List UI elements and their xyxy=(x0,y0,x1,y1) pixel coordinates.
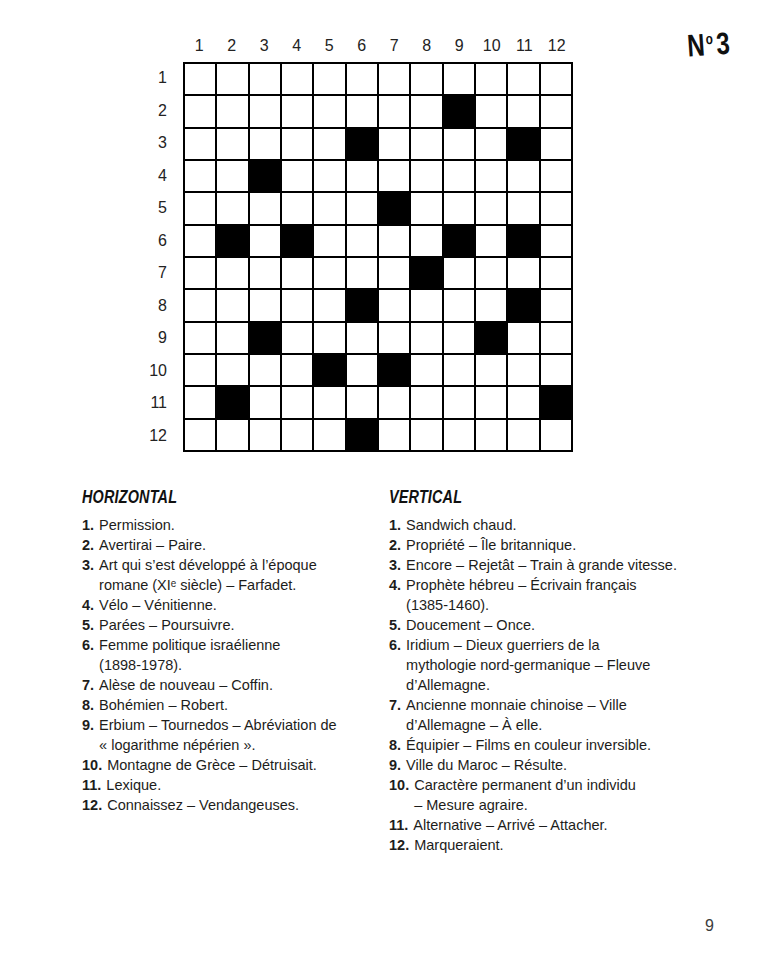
clue-number: 10. xyxy=(389,775,409,795)
clue-text: Caractère permanent d’un individu – Mesu… xyxy=(414,775,636,815)
grid-cell[interactable] xyxy=(282,161,312,191)
grid-cell[interactable] xyxy=(411,64,441,94)
grid-cell[interactable] xyxy=(282,387,312,417)
row-label: 1 xyxy=(128,62,176,95)
grid-cell[interactable] xyxy=(444,64,474,94)
grid-cell[interactable] xyxy=(411,387,441,417)
grid-cell xyxy=(379,193,409,223)
clue-item: 10. Caractère permanent d’un individu – … xyxy=(389,775,734,815)
clue-number: 12. xyxy=(389,835,409,855)
grid-cell[interactable] xyxy=(444,161,474,191)
clue-text: Ville du Maroc – Résulte. xyxy=(406,755,567,775)
clue-number: 11. xyxy=(389,815,408,835)
vertical-clues-title: VERTICAL xyxy=(389,486,651,508)
clue-number: 7. xyxy=(82,675,94,695)
clue-number: 1. xyxy=(82,515,94,535)
grid-cell[interactable] xyxy=(541,226,571,256)
grid-cell[interactable] xyxy=(476,129,506,159)
grid-cell[interactable] xyxy=(476,355,506,385)
grid-cell[interactable] xyxy=(347,96,377,126)
clue-number: 5. xyxy=(389,615,401,635)
grid-cell[interactable] xyxy=(411,226,441,256)
grid-cell[interactable] xyxy=(411,161,441,191)
clue-text: Connaissez – Vendangeuses. xyxy=(107,795,299,815)
vertical-clue-list: 1. Sandwich chaud. 2. Propriété – Île br… xyxy=(389,515,734,855)
clue-item: 2. Avertirai – Paire. xyxy=(82,535,384,555)
clue-number: 7. xyxy=(389,695,401,715)
grid-cell[interactable] xyxy=(250,226,280,256)
grid-cell[interactable] xyxy=(250,96,280,126)
clue-item: 5. Parées – Poursuivre. xyxy=(82,615,384,635)
grid-cell xyxy=(476,323,506,353)
clue-number: 10. xyxy=(82,755,102,775)
column-labels: 123456789101112 xyxy=(183,33,573,59)
grid-cell[interactable] xyxy=(508,355,538,385)
grid-cell[interactable] xyxy=(411,193,441,223)
grid-cell[interactable] xyxy=(314,161,344,191)
grid-cell[interactable] xyxy=(347,387,377,417)
grid-cell[interactable] xyxy=(541,96,571,126)
clue-item: 5. Doucement – Once. xyxy=(389,615,734,635)
grid-cell[interactable] xyxy=(282,129,312,159)
clue-number: 4. xyxy=(82,595,94,615)
clue-item: 4. Prophète hébreu – Écrivain français (… xyxy=(389,575,734,615)
grid-cell xyxy=(347,129,377,159)
clue-number: 2. xyxy=(82,535,94,555)
clue-item: 4. Vélo – Vénitienne. xyxy=(82,595,384,615)
grid-cell xyxy=(411,258,441,288)
grid-cell xyxy=(217,226,247,256)
row-label: 4 xyxy=(128,160,176,193)
clue-number: 4. xyxy=(389,575,401,595)
clue-text: Propriété – Île britannique. xyxy=(406,535,576,555)
grid-cell[interactable] xyxy=(444,420,474,450)
grid-cell[interactable] xyxy=(508,96,538,126)
clue-text: Marqueraient. xyxy=(414,835,503,855)
grid-cell[interactable] xyxy=(185,64,215,94)
grid-cell[interactable] xyxy=(347,226,377,256)
grid-cell[interactable] xyxy=(476,226,506,256)
grid-cell[interactable] xyxy=(347,161,377,191)
grid-cell[interactable] xyxy=(379,387,409,417)
grid-cell[interactable] xyxy=(444,290,474,320)
clue-text: Femme politique israélienne (1898-1978). xyxy=(99,635,280,675)
col-label: 5 xyxy=(313,33,346,59)
clue-text: Avertirai – Paire. xyxy=(99,535,206,555)
grid-cell[interactable] xyxy=(411,129,441,159)
clue-item: 3. Encore – Rejetât – Train à grande vit… xyxy=(389,555,734,575)
grid-cell xyxy=(508,129,538,159)
grid-cell[interactable] xyxy=(508,420,538,450)
grid-cell[interactable] xyxy=(476,258,506,288)
grid-cell xyxy=(508,290,538,320)
grid-cell[interactable] xyxy=(217,258,247,288)
clue-text: Prophète hébreu – Écrivain français (138… xyxy=(406,575,637,615)
grid-cell[interactable] xyxy=(411,420,441,450)
grid-cell[interactable] xyxy=(282,64,312,94)
grid-cell[interactable] xyxy=(250,290,280,320)
grid-cell xyxy=(250,161,280,191)
grid-cell[interactable] xyxy=(541,64,571,94)
grid-cell[interactable] xyxy=(185,161,215,191)
grid-cell[interactable] xyxy=(282,323,312,353)
grid-cell[interactable] xyxy=(217,355,247,385)
clue-number: 2. xyxy=(389,535,401,555)
grid-cell[interactable] xyxy=(379,420,409,450)
grid-cell[interactable] xyxy=(314,420,344,450)
grid-cell[interactable] xyxy=(411,96,441,126)
clue-number: 8. xyxy=(389,735,401,755)
col-label: 10 xyxy=(476,33,509,59)
clue-text: Encore – Rejetât – Train à grande vitess… xyxy=(406,555,677,575)
grid-cell[interactable] xyxy=(217,420,247,450)
grid-cell[interactable] xyxy=(250,258,280,288)
clue-item: 11. Lexique. xyxy=(82,775,384,795)
grid-cell[interactable] xyxy=(508,258,538,288)
clue-item: 3. Art qui s’est développé à l’époque ro… xyxy=(82,555,384,595)
clue-text: Permission. xyxy=(99,515,175,535)
clue-item: 6. Iridium – Dieux guerriers de la mytho… xyxy=(389,635,734,695)
grid-cell[interactable] xyxy=(379,129,409,159)
clue-item: 10. Montagne de Grèce – Détruisait. xyxy=(82,755,384,775)
clue-text: Montagne de Grèce – Détruisait. xyxy=(107,755,317,775)
row-label: 3 xyxy=(128,127,176,160)
row-labels: 123456789101112 xyxy=(128,62,176,452)
grid-cell[interactable] xyxy=(185,387,215,417)
clue-text: Équipier – Films en couleur inversible. xyxy=(406,735,651,755)
clue-text: Parées – Poursuivre. xyxy=(99,615,234,635)
grid-cell[interactable] xyxy=(541,258,571,288)
vertical-clues-section: VERTICAL 1. Sandwich chaud. 2. Propriété… xyxy=(389,486,734,855)
puzzle-number: No3 xyxy=(686,26,732,65)
clue-number: 5. xyxy=(82,615,94,635)
row-label: 10 xyxy=(128,355,176,388)
grid-cell[interactable] xyxy=(379,258,409,288)
grid-cell[interactable] xyxy=(379,290,409,320)
grid-cell[interactable] xyxy=(541,323,571,353)
row-label: 6 xyxy=(128,225,176,258)
col-label: 9 xyxy=(443,33,476,59)
grid-cell[interactable] xyxy=(217,161,247,191)
clue-item: 1. Permission. xyxy=(82,515,384,535)
grid-cell[interactable] xyxy=(541,290,571,320)
row-label: 2 xyxy=(128,95,176,128)
col-label: 12 xyxy=(541,33,574,59)
grid-cell[interactable] xyxy=(476,193,506,223)
grid-cell xyxy=(444,226,474,256)
row-label: 5 xyxy=(128,192,176,225)
grid-cell[interactable] xyxy=(314,193,344,223)
grid-cell[interactable] xyxy=(314,64,344,94)
grid-cell xyxy=(250,323,280,353)
col-label: 7 xyxy=(378,33,411,59)
grid-cell[interactable] xyxy=(476,64,506,94)
grid-cell[interactable] xyxy=(314,96,344,126)
grid-cell xyxy=(379,355,409,385)
col-label: 3 xyxy=(248,33,281,59)
clue-text: Erbium – Tournedos – Abréviation de « lo… xyxy=(99,715,337,755)
page-number: 9 xyxy=(705,917,714,935)
grid-cell[interactable] xyxy=(508,161,538,191)
clue-item: 7. Alèse de nouveau – Coffin. xyxy=(82,675,384,695)
grid-cell[interactable] xyxy=(185,193,215,223)
clue-item: 8. Équipier – Films en couleur inversibl… xyxy=(389,735,734,755)
grid-cell[interactable] xyxy=(217,290,247,320)
col-label: 8 xyxy=(411,33,444,59)
grid-cell[interactable] xyxy=(282,193,312,223)
grid-cell[interactable] xyxy=(347,64,377,94)
clue-number: 1. xyxy=(389,515,401,535)
grid-cell[interactable] xyxy=(250,64,280,94)
grid-cell[interactable] xyxy=(314,323,344,353)
grid-cell[interactable] xyxy=(282,355,312,385)
grid-cell[interactable] xyxy=(347,323,377,353)
grid-cell[interactable] xyxy=(379,64,409,94)
grid-cell xyxy=(217,387,247,417)
horizontal-clues-section: HORIZONTAL 1. Permission. 2. Avertirai –… xyxy=(82,486,384,815)
grid-cell[interactable] xyxy=(250,193,280,223)
clue-item: 6. Femme politique israélienne (1898-197… xyxy=(82,635,384,675)
grid-cell[interactable] xyxy=(541,161,571,191)
grid-cell xyxy=(314,355,344,385)
grid-cell xyxy=(444,96,474,126)
grid-cell xyxy=(282,226,312,256)
grid-cell[interactable] xyxy=(379,226,409,256)
clue-number: 11. xyxy=(82,775,101,795)
grid-cell[interactable] xyxy=(282,96,312,126)
grid-cell[interactable] xyxy=(282,258,312,288)
grid-cell xyxy=(347,420,377,450)
grid-cell[interactable] xyxy=(541,193,571,223)
clue-number: 6. xyxy=(82,635,94,655)
grid-cell[interactable] xyxy=(282,290,312,320)
grid-cell[interactable] xyxy=(541,129,571,159)
grid-cell[interactable] xyxy=(476,387,506,417)
clue-number: 9. xyxy=(389,755,401,775)
grid-cell[interactable] xyxy=(217,96,247,126)
grid-cell[interactable] xyxy=(314,387,344,417)
crossword-grid xyxy=(183,62,573,452)
grid-cell[interactable] xyxy=(508,193,538,223)
grid-cell[interactable] xyxy=(411,323,441,353)
page: No3 123456789101112 123456789101112 HORI… xyxy=(0,0,760,975)
grid-cell[interactable] xyxy=(379,323,409,353)
clue-number: 3. xyxy=(389,555,401,575)
grid-cell[interactable] xyxy=(444,193,474,223)
puzzle-number-value: 3 xyxy=(715,26,732,62)
grid-cell[interactable] xyxy=(541,420,571,450)
grid-cell[interactable] xyxy=(250,387,280,417)
clue-text: Art qui s’est développé à l’époque roman… xyxy=(99,555,317,595)
grid-cell[interactable] xyxy=(217,193,247,223)
col-label: 11 xyxy=(508,33,541,59)
clue-text: Alèse de nouveau – Coffin. xyxy=(99,675,273,695)
clue-number: 3. xyxy=(82,555,94,575)
grid-cell[interactable] xyxy=(508,64,538,94)
puzzle-number-sup: o xyxy=(705,30,714,48)
grid-cell[interactable] xyxy=(314,226,344,256)
grid-cell[interactable] xyxy=(476,161,506,191)
grid-cell[interactable] xyxy=(541,355,571,385)
col-label: 6 xyxy=(346,33,379,59)
col-label: 1 xyxy=(183,33,216,59)
row-label: 8 xyxy=(128,290,176,323)
grid-cell[interactable] xyxy=(185,129,215,159)
grid-cell[interactable] xyxy=(508,323,538,353)
clue-text: Alternative – Arrivé – Attacher. xyxy=(413,815,607,835)
grid-cell[interactable] xyxy=(185,323,215,353)
grid-cell[interactable] xyxy=(476,96,506,126)
grid-cell[interactable] xyxy=(250,129,280,159)
clue-item: 1. Sandwich chaud. xyxy=(389,515,734,535)
clue-item: 7. Ancienne monnaie chinoise – Ville d’A… xyxy=(389,695,734,735)
grid-cell[interactable] xyxy=(217,323,247,353)
grid-cell[interactable] xyxy=(379,96,409,126)
col-label: 2 xyxy=(216,33,249,59)
row-label: 7 xyxy=(128,257,176,290)
row-label: 11 xyxy=(128,387,176,420)
col-label: 4 xyxy=(281,33,314,59)
grid-cell[interactable] xyxy=(282,420,312,450)
clue-number: 12. xyxy=(82,795,102,815)
grid-cell[interactable] xyxy=(185,290,215,320)
grid-cell[interactable] xyxy=(185,258,215,288)
clue-number: 9. xyxy=(82,715,94,735)
grid-cell[interactable] xyxy=(185,355,215,385)
grid-cell xyxy=(508,226,538,256)
grid-cell[interactable] xyxy=(347,355,377,385)
grid-cell[interactable] xyxy=(444,387,474,417)
grid-cell[interactable] xyxy=(250,420,280,450)
clue-text: Lexique. xyxy=(106,775,161,795)
grid-cell xyxy=(347,290,377,320)
grid-cell[interactable] xyxy=(476,420,506,450)
grid-cell[interactable] xyxy=(508,387,538,417)
row-label: 12 xyxy=(128,420,176,453)
grid-cell[interactable] xyxy=(185,226,215,256)
clue-item: 9. Ville du Maroc – Résulte. xyxy=(389,755,734,775)
clue-text: Doucement – Once. xyxy=(406,615,535,635)
grid-cell xyxy=(541,387,571,417)
grid-cell[interactable] xyxy=(314,290,344,320)
row-label: 9 xyxy=(128,322,176,355)
grid-cell[interactable] xyxy=(185,420,215,450)
grid-cell[interactable] xyxy=(217,129,247,159)
clue-text: Sandwich chaud. xyxy=(406,515,516,535)
clue-text: Ancienne monnaie chinoise – Ville d’Alle… xyxy=(406,695,627,735)
grid-cell[interactable] xyxy=(476,290,506,320)
grid-cell[interactable] xyxy=(411,290,441,320)
grid-cell[interactable] xyxy=(185,96,215,126)
grid-cell[interactable] xyxy=(314,258,344,288)
grid-cell[interactable] xyxy=(347,258,377,288)
grid-cell[interactable] xyxy=(250,355,280,385)
clue-text: Vélo – Vénitienne. xyxy=(99,595,217,615)
clue-number: 8. xyxy=(82,695,94,715)
horizontal-clues-title: HORIZONTAL xyxy=(82,486,312,508)
puzzle-number-prefix: N xyxy=(686,27,707,63)
grid-cell[interactable] xyxy=(379,161,409,191)
grid-cell[interactable] xyxy=(444,323,474,353)
clue-item: 9. Erbium – Tournedos – Abréviation de «… xyxy=(82,715,384,755)
grid-cell[interactable] xyxy=(411,355,441,385)
clue-item: 8. Bohémien – Robert. xyxy=(82,695,384,715)
grid-cell[interactable] xyxy=(444,129,474,159)
clue-item: 12. Connaissez – Vendangeuses. xyxy=(82,795,384,815)
horizontal-clue-list: 1. Permission. 2. Avertirai – Paire. 3. … xyxy=(82,515,384,815)
clue-text: Iridium – Dieux guerriers de la mytholog… xyxy=(406,635,650,695)
clue-item: 12. Marqueraient. xyxy=(389,835,734,855)
clue-number: 6. xyxy=(389,635,401,655)
grid-cell[interactable] xyxy=(347,193,377,223)
grid-cell[interactable] xyxy=(444,258,474,288)
clue-text: Bohémien – Robert. xyxy=(99,695,228,715)
clue-item: 11. Alternative – Arrivé – Attacher. xyxy=(389,815,734,835)
grid-cell[interactable] xyxy=(444,355,474,385)
clue-item: 2. Propriété – Île britannique. xyxy=(389,535,734,555)
grid-cell[interactable] xyxy=(314,129,344,159)
grid-cell[interactable] xyxy=(217,64,247,94)
